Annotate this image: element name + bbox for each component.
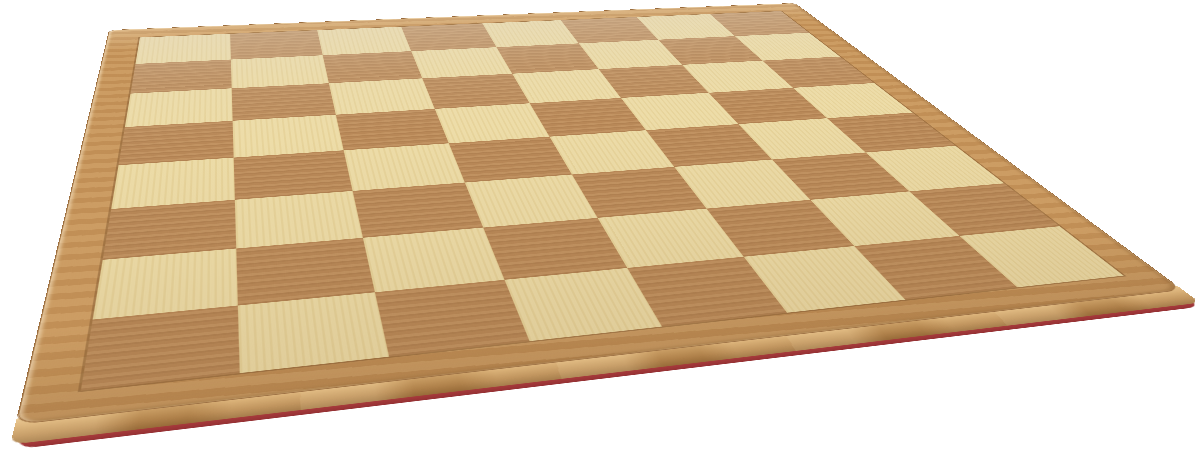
chessboard [9, 3, 1195, 450]
square-a1[interactable] [81, 306, 240, 391]
photo-background [0, 0, 1195, 459]
square-c1[interactable] [375, 280, 530, 357]
square-b1[interactable] [238, 292, 389, 373]
